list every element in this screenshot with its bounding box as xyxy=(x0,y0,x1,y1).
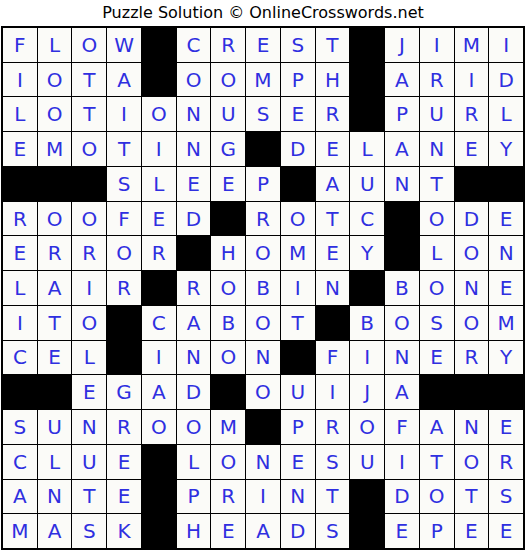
letter-cell-r8-c15: E xyxy=(489,271,523,305)
letter-cell-r12-c3: N xyxy=(72,410,106,444)
letter-cell-r6-c11: C xyxy=(350,202,384,236)
letter-cell-r14-c3: T xyxy=(72,480,106,514)
black-cell-r4-c8 xyxy=(246,132,280,166)
letter-cell-r2-c10: H xyxy=(316,63,350,97)
letter-cell-r11-c12: A xyxy=(385,375,419,409)
letter-cell-r12-c9: P xyxy=(281,410,315,444)
letter-cell-r10-c6: N xyxy=(177,341,211,375)
letter-cell-r6-c8: R xyxy=(246,202,280,236)
letter-cell-r8-c2: A xyxy=(38,271,72,305)
letter-cell-r4-c15: Y xyxy=(489,132,523,166)
letter-cell-r1-c14: M xyxy=(455,28,489,62)
letter-cell-r11-c3: E xyxy=(72,375,106,409)
letter-cell-r3-c7: U xyxy=(211,97,245,131)
letter-cell-r15-c2: A xyxy=(38,514,72,548)
letter-cell-r4-c11: L xyxy=(350,132,384,166)
black-cell-r11-c2 xyxy=(38,375,72,409)
letter-cell-r5-c6: E xyxy=(177,167,211,201)
letter-cell-r9-c7: B xyxy=(211,306,245,340)
letter-cell-r1-c2: L xyxy=(38,28,72,62)
letter-cell-r7-c13: L xyxy=(420,236,454,270)
letter-cell-r13-c10: S xyxy=(316,445,350,479)
letter-cell-r15-c1: M xyxy=(3,514,37,548)
letter-cell-r15-c14: E xyxy=(455,514,489,548)
letter-cell-r9-c14: O xyxy=(455,306,489,340)
letter-cell-r3-c8: S xyxy=(246,97,280,131)
letter-cell-r1-c13: I xyxy=(420,28,454,62)
letter-cell-r15-c9: D xyxy=(281,514,315,548)
letter-cell-r4-c9: D xyxy=(281,132,315,166)
letter-cell-r15-c8: A xyxy=(246,514,280,548)
letter-cell-r7-c14: O xyxy=(455,236,489,270)
letter-cell-r12-c12: F xyxy=(385,410,419,444)
letter-cell-r2-c8: M xyxy=(246,63,280,97)
letter-cell-r13-c11: U xyxy=(350,445,384,479)
letter-cell-r10-c2: E xyxy=(38,341,72,375)
letter-cell-r14-c15: S xyxy=(489,480,523,514)
letter-cell-r10-c12: N xyxy=(385,341,419,375)
letter-cell-r8-c3: I xyxy=(72,271,106,305)
letter-cell-r8-c9: I xyxy=(281,271,315,305)
letter-cell-r14-c9: N xyxy=(281,480,315,514)
black-cell-r6-c12 xyxy=(385,202,419,236)
letter-cell-r12-c15: E xyxy=(489,410,523,444)
letter-cell-r2-c14: I xyxy=(455,63,489,97)
letter-cell-r4-c14: E xyxy=(455,132,489,166)
black-cell-r5-c2 xyxy=(38,167,72,201)
letter-cell-r4-c6: N xyxy=(177,132,211,166)
page-title: Puzzle Solution © OnlineCrosswords.net xyxy=(0,0,526,26)
letter-cell-r10-c8: N xyxy=(246,341,280,375)
letter-cell-r6-c14: D xyxy=(455,202,489,236)
letter-cell-r4-c12: A xyxy=(385,132,419,166)
letter-cell-r9-c3: O xyxy=(72,306,106,340)
letter-cell-r10-c15: Y xyxy=(489,341,523,375)
letter-cell-r3-c4: I xyxy=(107,97,141,131)
letter-cell-r15-c3: S xyxy=(72,514,106,548)
letter-cell-r5-c5: L xyxy=(142,167,176,201)
black-cell-r6-c7 xyxy=(211,202,245,236)
letter-cell-r7-c10: E xyxy=(316,236,350,270)
letter-cell-r2-c13: R xyxy=(420,63,454,97)
letter-cell-r8-c4: R xyxy=(107,271,141,305)
letter-cell-r4-c10: E xyxy=(316,132,350,166)
letter-cell-r13-c4: E xyxy=(107,445,141,479)
letter-cell-r14-c2: N xyxy=(38,480,72,514)
letter-cell-r9-c9: T xyxy=(281,306,315,340)
letter-cell-r13-c14: O xyxy=(455,445,489,479)
black-cell-r1-c5 xyxy=(142,28,176,62)
letter-cell-r1-c12: J xyxy=(385,28,419,62)
letter-cell-r11-c5: A xyxy=(142,375,176,409)
black-cell-r11-c1 xyxy=(3,375,37,409)
letter-cell-r4-c2: M xyxy=(38,132,72,166)
letter-cell-r6-c5: E xyxy=(142,202,176,236)
letter-cell-r7-c11: Y xyxy=(350,236,384,270)
letter-cell-r9-c1: I xyxy=(3,306,37,340)
letter-cell-r12-c7: M xyxy=(211,410,245,444)
letter-cell-r2-c7: O xyxy=(211,63,245,97)
letter-cell-r1-c3: O xyxy=(72,28,106,62)
black-cell-r8-c5 xyxy=(142,271,176,305)
letter-cell-r13-c7: O xyxy=(211,445,245,479)
letter-cell-r10-c10: F xyxy=(316,341,350,375)
letter-cell-r9-c13: S xyxy=(420,306,454,340)
letter-cell-r4-c1: E xyxy=(3,132,37,166)
letter-cell-r2-c12: A xyxy=(385,63,419,97)
letter-cell-r14-c14: T xyxy=(455,480,489,514)
letter-cell-r3-c6: N xyxy=(177,97,211,131)
letter-cell-r3-c12: P xyxy=(385,97,419,131)
letter-cell-r3-c15: L xyxy=(489,97,523,131)
black-cell-r3-c11 xyxy=(350,97,384,131)
letter-cell-r15-c10: S xyxy=(316,514,350,548)
letter-cell-r9-c8: O xyxy=(246,306,280,340)
letter-cell-r5-c10: A xyxy=(316,167,350,201)
letter-cell-r12-c4: R xyxy=(107,410,141,444)
letter-cell-r14-c4: E xyxy=(107,480,141,514)
black-cell-r7-c12 xyxy=(385,236,419,270)
letter-cell-r14-c13: O xyxy=(420,480,454,514)
letter-cell-r11-c10: I xyxy=(316,375,350,409)
letter-cell-r8-c7: O xyxy=(211,271,245,305)
crossword-grid: FLOWCRESTJIMIIOTAOOMPHARIDLOTIONUSERPURL… xyxy=(1,26,525,550)
letter-cell-r11-c6: D xyxy=(177,375,211,409)
letter-cell-r8-c10: N xyxy=(316,271,350,305)
letter-cell-r13-c6: L xyxy=(177,445,211,479)
black-cell-r13-c5 xyxy=(142,445,176,479)
letter-cell-r14-c1: A xyxy=(3,480,37,514)
letter-cell-r11-c9: U xyxy=(281,375,315,409)
letter-cell-r4-c4: T xyxy=(107,132,141,166)
black-cell-r5-c9 xyxy=(281,167,315,201)
letter-cell-r3-c9: E xyxy=(281,97,315,131)
letter-cell-r13-c13: T xyxy=(420,445,454,479)
letter-cell-r4-c13: N xyxy=(420,132,454,166)
letter-cell-r5-c8: P xyxy=(246,167,280,201)
letter-cell-r14-c8: I xyxy=(246,480,280,514)
black-cell-r12-c8 xyxy=(246,410,280,444)
letter-cell-r2-c4: A xyxy=(107,63,141,97)
letter-cell-r15-c12: E xyxy=(385,514,419,548)
letter-cell-r6-c9: O xyxy=(281,202,315,236)
letter-cell-r4-c7: G xyxy=(211,132,245,166)
black-cell-r10-c9 xyxy=(281,341,315,375)
black-cell-r15-c5 xyxy=(142,514,176,548)
letter-cell-r1-c10: T xyxy=(316,28,350,62)
black-cell-r10-c4 xyxy=(107,341,141,375)
letter-cell-r12-c11: O xyxy=(350,410,384,444)
puzzle-solution-page: Puzzle Solution © OnlineCrosswords.net F… xyxy=(0,0,526,551)
letter-cell-r12-c5: O xyxy=(142,410,176,444)
black-cell-r11-c7 xyxy=(211,375,245,409)
black-cell-r14-c11 xyxy=(350,480,384,514)
letter-cell-r10-c5: I xyxy=(142,341,176,375)
black-cell-r7-c6 xyxy=(177,236,211,270)
letter-cell-r9-c2: T xyxy=(38,306,72,340)
black-cell-r9-c4 xyxy=(107,306,141,340)
letter-cell-r1-c7: R xyxy=(211,28,245,62)
letter-cell-r12-c14: N xyxy=(455,410,489,444)
letter-cell-r2-c2: O xyxy=(38,63,72,97)
letter-cell-r10-c7: O xyxy=(211,341,245,375)
letter-cell-r6-c2: O xyxy=(38,202,72,236)
letter-cell-r3-c13: U xyxy=(420,97,454,131)
letter-cell-r12-c2: U xyxy=(38,410,72,444)
letter-cell-r8-c13: O xyxy=(420,271,454,305)
letter-cell-r6-c15: E xyxy=(489,202,523,236)
letter-cell-r13-c9: E xyxy=(281,445,315,479)
letter-cell-r6-c6: D xyxy=(177,202,211,236)
letter-cell-r12-c13: A xyxy=(420,410,454,444)
letter-cell-r12-c6: O xyxy=(177,410,211,444)
letter-cell-r13-c15: R xyxy=(489,445,523,479)
black-cell-r5-c1 xyxy=(3,167,37,201)
black-cell-r9-c10 xyxy=(316,306,350,340)
letter-cell-r15-c6: H xyxy=(177,514,211,548)
letter-cell-r13-c3: U xyxy=(72,445,106,479)
letter-cell-r8-c1: L xyxy=(3,271,37,305)
letter-cell-r9-c12: O xyxy=(385,306,419,340)
letter-cell-r10-c3: L xyxy=(72,341,106,375)
letter-cell-r7-c3: R xyxy=(72,236,106,270)
black-cell-r5-c14 xyxy=(455,167,489,201)
letter-cell-r8-c8: B xyxy=(246,271,280,305)
letter-cell-r8-c12: B xyxy=(385,271,419,305)
letter-cell-r2-c6: O xyxy=(177,63,211,97)
letter-cell-r1-c1: F xyxy=(3,28,37,62)
letter-cell-r2-c3: T xyxy=(72,63,106,97)
black-cell-r1-c11 xyxy=(350,28,384,62)
letter-cell-r6-c13: O xyxy=(420,202,454,236)
letter-cell-r5-c12: N xyxy=(385,167,419,201)
letter-cell-r7-c9: M xyxy=(281,236,315,270)
letter-cell-r11-c11: J xyxy=(350,375,384,409)
letter-cell-r14-c7: R xyxy=(211,480,245,514)
letter-cell-r10-c1: C xyxy=(3,341,37,375)
letter-cell-r1-c6: C xyxy=(177,28,211,62)
letter-cell-r3-c3: T xyxy=(72,97,106,131)
letter-cell-r5-c4: S xyxy=(107,167,141,201)
letter-cell-r6-c4: F xyxy=(107,202,141,236)
letter-cell-r14-c6: P xyxy=(177,480,211,514)
black-cell-r15-c11 xyxy=(350,514,384,548)
letter-cell-r7-c1: E xyxy=(3,236,37,270)
letter-cell-r15-c13: P xyxy=(420,514,454,548)
letter-cell-r1-c8: E xyxy=(246,28,280,62)
letter-cell-r15-c7: E xyxy=(211,514,245,548)
letter-cell-r9-c15: M xyxy=(489,306,523,340)
letter-cell-r4-c3: O xyxy=(72,132,106,166)
black-cell-r8-c11 xyxy=(350,271,384,305)
letter-cell-r3-c14: R xyxy=(455,97,489,131)
letter-cell-r5-c13: T xyxy=(420,167,454,201)
letter-cell-r14-c10: T xyxy=(316,480,350,514)
letter-cell-r3-c1: L xyxy=(3,97,37,131)
letter-cell-r11-c8: O xyxy=(246,375,280,409)
black-cell-r2-c11 xyxy=(350,63,384,97)
letter-cell-r5-c11: U xyxy=(350,167,384,201)
black-cell-r14-c5 xyxy=(142,480,176,514)
letter-cell-r15-c4: K xyxy=(107,514,141,548)
letter-cell-r4-c5: I xyxy=(142,132,176,166)
black-cell-r5-c15 xyxy=(489,167,523,201)
letter-cell-r8-c6: R xyxy=(177,271,211,305)
letter-cell-r7-c2: R xyxy=(38,236,72,270)
letter-cell-r3-c5: O xyxy=(142,97,176,131)
letter-cell-r1-c9: S xyxy=(281,28,315,62)
letter-cell-r6-c3: O xyxy=(72,202,106,236)
letter-cell-r7-c8: O xyxy=(246,236,280,270)
letter-cell-r10-c11: I xyxy=(350,341,384,375)
letter-cell-r6-c1: R xyxy=(3,202,37,236)
letter-cell-r7-c5: R xyxy=(142,236,176,270)
letter-cell-r2-c15: D xyxy=(489,63,523,97)
letter-cell-r5-c7: E xyxy=(211,167,245,201)
letter-cell-r11-c4: G xyxy=(107,375,141,409)
letter-cell-r6-c10: T xyxy=(316,202,350,236)
letter-cell-r12-c1: S xyxy=(3,410,37,444)
letter-cell-r14-c12: D xyxy=(385,480,419,514)
letter-cell-r3-c10: R xyxy=(316,97,350,131)
letter-cell-r7-c15: N xyxy=(489,236,523,270)
black-cell-r11-c13 xyxy=(420,375,454,409)
letter-cell-r13-c12: I xyxy=(385,445,419,479)
letter-cell-r9-c6: A xyxy=(177,306,211,340)
black-cell-r5-c3 xyxy=(72,167,106,201)
black-cell-r11-c15 xyxy=(489,375,523,409)
black-cell-r2-c5 xyxy=(142,63,176,97)
letter-cell-r9-c5: C xyxy=(142,306,176,340)
letter-cell-r9-c11: B xyxy=(350,306,384,340)
letter-cell-r1-c4: W xyxy=(107,28,141,62)
black-cell-r11-c14 xyxy=(455,375,489,409)
letter-cell-r2-c1: I xyxy=(3,63,37,97)
letter-cell-r13-c2: L xyxy=(38,445,72,479)
letter-cell-r12-c10: R xyxy=(316,410,350,444)
letter-cell-r10-c13: E xyxy=(420,341,454,375)
letter-cell-r10-c14: R xyxy=(455,341,489,375)
letter-cell-r13-c1: C xyxy=(3,445,37,479)
letter-cell-r2-c9: P xyxy=(281,63,315,97)
letter-cell-r8-c14: N xyxy=(455,271,489,305)
letter-cell-r7-c7: H xyxy=(211,236,245,270)
letter-cell-r13-c8: N xyxy=(246,445,280,479)
letter-cell-r7-c4: O xyxy=(107,236,141,270)
letter-cell-r3-c2: O xyxy=(38,97,72,131)
letter-cell-r1-c15: I xyxy=(489,28,523,62)
letter-cell-r15-c15: E xyxy=(489,514,523,548)
